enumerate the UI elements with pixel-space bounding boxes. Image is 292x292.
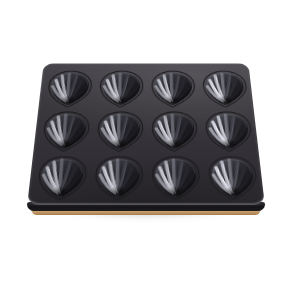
madeleine-cavity bbox=[200, 109, 258, 153]
madeleine-cavity-shell bbox=[201, 111, 256, 151]
madeleine-cavity-shell bbox=[199, 70, 251, 107]
madeleine-cavity-shell bbox=[43, 70, 95, 107]
madeleine-cavity-shell bbox=[91, 156, 146, 200]
madeleine-cavity bbox=[92, 109, 147, 153]
madeleine-cavity bbox=[147, 153, 205, 202]
madeleine-pan bbox=[27, 63, 265, 205]
madeleine-cavity-shell bbox=[148, 70, 198, 107]
madeleine-cavity bbox=[89, 153, 147, 202]
madeleine-cavity bbox=[41, 68, 96, 109]
madeleine-cavity bbox=[31, 153, 92, 202]
madeleine-cavity bbox=[147, 109, 202, 153]
madeleine-cavity bbox=[147, 68, 200, 109]
madeleine-cavity-shell bbox=[33, 156, 90, 200]
madeleine-cavity-shell bbox=[93, 111, 145, 151]
product-photo-scene bbox=[0, 0, 292, 292]
madeleine-cavity-shell bbox=[148, 111, 200, 151]
madeleine-cavity-shell bbox=[96, 70, 146, 107]
madeleine-cavity bbox=[36, 109, 94, 153]
madeleine-cavity-shell bbox=[149, 156, 204, 200]
madeleine-cavity bbox=[197, 68, 252, 109]
madeleine-cavity-shell bbox=[38, 111, 93, 151]
madeleine-cavity bbox=[202, 153, 263, 202]
madeleine-cavity bbox=[94, 68, 147, 109]
madeleine-cavity-shell bbox=[204, 156, 261, 200]
